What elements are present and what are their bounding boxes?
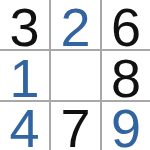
cell-digit: 7 (60, 97, 90, 150)
sudoku-board: 3 2 6 1 8 4 7 9 (0, 0, 150, 150)
cell-digit: 3 (9, 0, 39, 54)
sudoku-cell-r1c1[interactable]: 3 (0, 0, 51, 51)
sudoku-cell-r3c1[interactable]: 4 (0, 102, 51, 150)
cell-digit: 1 (9, 47, 39, 105)
cell-digit: 4 (9, 97, 39, 150)
cell-digit: 8 (111, 47, 141, 105)
sudoku-cell-r1c3[interactable]: 6 (102, 0, 150, 51)
cell-digit: 6 (111, 0, 141, 54)
sudoku-cell-r2c1[interactable]: 1 (0, 51, 51, 102)
sudoku-cell-r2c2[interactable] (51, 51, 102, 102)
sudoku-cell-r3c2[interactable]: 7 (51, 102, 102, 150)
cell-digit: 2 (60, 0, 90, 54)
cell-digit: 9 (111, 97, 141, 150)
sudoku-cell-r3c3[interactable]: 9 (102, 102, 150, 150)
sudoku-cell-r1c2[interactable]: 2 (51, 0, 102, 51)
sudoku-cell-r2c3[interactable]: 8 (102, 51, 150, 102)
